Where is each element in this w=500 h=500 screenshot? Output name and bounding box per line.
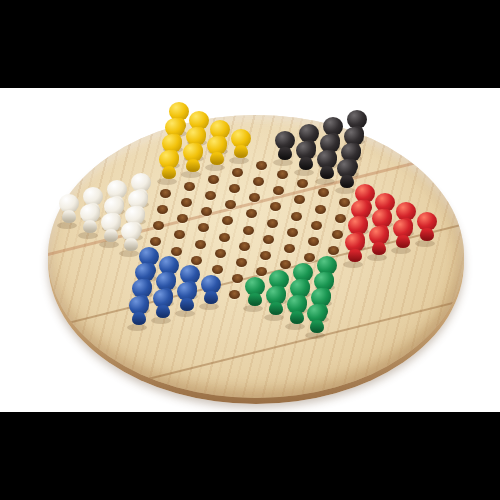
- hole[interactable]: [277, 170, 288, 179]
- peg-base: [186, 159, 200, 172]
- letterbox-bottom: [0, 412, 500, 500]
- peg-red[interactable]: [344, 233, 366, 265]
- peg-green[interactable]: [244, 277, 266, 309]
- hole[interactable]: [315, 205, 326, 214]
- hole[interactable]: [291, 212, 302, 221]
- peg-blue[interactable]: [176, 282, 198, 314]
- peg-green[interactable]: [306, 304, 328, 336]
- hole[interactable]: [239, 242, 250, 251]
- peg-base: [372, 242, 386, 255]
- peg-base: [348, 249, 362, 262]
- hole[interactable]: [160, 189, 171, 198]
- peg-white[interactable]: [58, 194, 80, 226]
- peg-green[interactable]: [265, 286, 287, 318]
- hole[interactable]: [253, 177, 264, 186]
- hole[interactable]: [208, 175, 219, 184]
- hole[interactable]: [339, 198, 350, 207]
- peg-yellow[interactable]: [206, 136, 228, 168]
- hole[interactable]: [181, 198, 192, 207]
- peg-base: [180, 298, 194, 311]
- hole[interactable]: [243, 226, 254, 235]
- hole[interactable]: [219, 233, 230, 242]
- hole[interactable]: [267, 219, 278, 228]
- peg-base: [234, 145, 248, 158]
- peg-base: [269, 302, 283, 315]
- peg-yellow[interactable]: [182, 143, 204, 175]
- screenshot: [0, 0, 500, 500]
- peg-base: [162, 166, 176, 179]
- peg-blue[interactable]: [152, 289, 174, 321]
- peg-red[interactable]: [368, 226, 390, 258]
- chinese-checkers-board: [48, 115, 464, 398]
- peg-black[interactable]: [316, 150, 338, 182]
- peg-base: [204, 291, 218, 304]
- peg-base: [310, 320, 324, 333]
- peg-black[interactable]: [274, 131, 296, 163]
- hole[interactable]: [191, 256, 202, 265]
- peg-base: [299, 157, 313, 170]
- product-photo: [0, 88, 500, 412]
- hole[interactable]: [232, 168, 243, 177]
- hole[interactable]: [236, 258, 247, 267]
- hole[interactable]: [157, 205, 168, 214]
- hole[interactable]: [171, 247, 182, 256]
- peg-base: [420, 228, 434, 241]
- peg-white[interactable]: [79, 204, 101, 236]
- peg-green[interactable]: [286, 295, 308, 327]
- hole[interactable]: [284, 244, 295, 253]
- peg-base: [156, 305, 170, 318]
- peg-base: [62, 210, 76, 223]
- peg-base: [340, 175, 354, 188]
- wood-grain: [48, 115, 464, 398]
- peg-base: [124, 238, 138, 251]
- peg-blue[interactable]: [128, 296, 150, 328]
- peg-white[interactable]: [100, 213, 122, 245]
- hole[interactable]: [205, 191, 216, 200]
- peg-blue[interactable]: [200, 275, 222, 307]
- peg-base: [248, 293, 262, 306]
- peg-base: [104, 229, 118, 242]
- hole[interactable]: [212, 265, 223, 274]
- peg-base: [83, 220, 97, 233]
- peg-base: [320, 166, 334, 179]
- hole[interactable]: [195, 240, 206, 249]
- hole[interactable]: [335, 214, 346, 223]
- peg-yellow[interactable]: [158, 150, 180, 182]
- letterbox-top: [0, 0, 500, 88]
- peg-red[interactable]: [392, 219, 414, 251]
- hole[interactable]: [256, 161, 267, 170]
- hole[interactable]: [332, 230, 343, 239]
- hole[interactable]: [311, 221, 322, 230]
- peg-base: [132, 312, 146, 325]
- hole[interactable]: [308, 237, 319, 246]
- hole[interactable]: [184, 182, 195, 191]
- peg-base: [290, 311, 304, 324]
- hole[interactable]: [260, 251, 271, 260]
- peg-red[interactable]: [416, 212, 438, 244]
- peg-black[interactable]: [295, 141, 317, 173]
- peg-yellow[interactable]: [230, 129, 252, 161]
- hole[interactable]: [229, 184, 240, 193]
- hole[interactable]: [287, 228, 298, 237]
- hole[interactable]: [215, 249, 226, 258]
- peg-base: [210, 152, 224, 165]
- peg-base: [278, 147, 292, 160]
- peg-base: [396, 235, 410, 248]
- hole[interactable]: [263, 235, 274, 244]
